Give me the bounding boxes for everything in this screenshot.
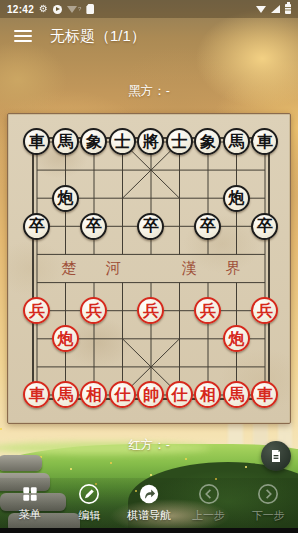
app-bar: 无标题（1/1） (0, 18, 298, 54)
hamburger-menu-icon[interactable] (12, 26, 34, 47)
piece-red-elephant-1[interactable]: 相 (80, 381, 107, 408)
flower-dots (0, 428, 2, 430)
piece-black-cannon-1[interactable]: 炮 (52, 185, 79, 212)
document-icon (269, 449, 283, 463)
game-navigation-button[interactable]: 棋谱导航 (119, 478, 179, 528)
wifi-icon (256, 6, 266, 13)
piece-black-soldier-5[interactable]: 卒 (251, 213, 278, 240)
edit-pencil-icon (78, 483, 100, 505)
bottom-toolbar: 菜单 编辑 棋谱导航 上一步 (0, 478, 298, 528)
piece-black-general[interactable]: 將 (137, 128, 164, 155)
red-player-label: 红方：- (0, 437, 298, 454)
menu-button[interactable]: 菜单 (0, 478, 60, 528)
xiangqi-board[interactable]: 楚 河 漢 界 車馬象士將士象馬車炮炮卒卒卒卒卒兵兵兵兵兵炮炮車馬相仕帥仕相馬車 (7, 113, 291, 424)
piece-black-advisor-1[interactable]: 士 (109, 128, 136, 155)
clock: 12:42 (7, 4, 34, 15)
piece-black-soldier-2[interactable]: 卒 (80, 213, 107, 240)
battery-icon (285, 4, 291, 14)
piece-red-general[interactable]: 帥 (137, 381, 164, 408)
piece-red-advisor-1[interactable]: 仕 (109, 381, 136, 408)
chevron-right-icon (257, 483, 279, 505)
piece-red-horse-1[interactable]: 馬 (52, 381, 79, 408)
piece-red-advisor-2[interactable]: 仕 (166, 381, 193, 408)
piece-red-elephant-2[interactable]: 相 (194, 381, 221, 408)
shield-icon (53, 5, 62, 14)
piece-black-elephant-1[interactable]: 象 (80, 128, 107, 155)
piece-red-soldier-3[interactable]: 兵 (137, 297, 164, 324)
sim-icon (86, 4, 94, 14)
piece-black-soldier-4[interactable]: 卒 (194, 213, 221, 240)
signal-icon (271, 5, 280, 13)
menu-grid-icon (20, 484, 40, 504)
piece-black-horse-2[interactable]: 馬 (223, 128, 250, 155)
black-player-label: 黑方：- (0, 83, 298, 100)
edit-button[interactable]: 编辑 (60, 478, 120, 528)
pieces-layer: 車馬象士將士象馬車炮炮卒卒卒卒卒兵兵兵兵兵炮炮車馬相仕帥仕相馬車 (23, 128, 280, 409)
piece-black-chariot-1[interactable]: 車 (23, 128, 50, 155)
wifi-question-icon (67, 6, 77, 13)
piece-red-chariot-1[interactable]: 車 (23, 381, 50, 408)
piece-black-chariot-2[interactable]: 車 (251, 128, 278, 155)
piece-red-soldier-4[interactable]: 兵 (194, 297, 221, 324)
piece-black-horse-1[interactable]: 馬 (52, 128, 79, 155)
piece-black-soldier-1[interactable]: 卒 (23, 213, 50, 240)
piece-black-cannon-2[interactable]: 炮 (223, 185, 250, 212)
status-bar: 12:42 ⚙ ? (0, 0, 298, 18)
system-nav-strip (0, 528, 298, 533)
piece-red-cannon-1[interactable]: 炮 (52, 325, 79, 352)
piece-red-soldier-2[interactable]: 兵 (80, 297, 107, 324)
next-move-button[interactable]: 下一步 (238, 478, 298, 528)
notation-fab[interactable] (261, 441, 291, 471)
piece-black-soldier-3[interactable]: 卒 (137, 213, 164, 240)
piece-black-advisor-2[interactable]: 士 (166, 128, 193, 155)
piece-red-horse-2[interactable]: 馬 (223, 381, 250, 408)
previous-move-button[interactable]: 上一步 (179, 478, 239, 528)
piece-red-chariot-2[interactable]: 車 (251, 381, 278, 408)
piece-red-cannon-2[interactable]: 炮 (223, 325, 250, 352)
piece-red-soldier-1[interactable]: 兵 (23, 297, 50, 324)
page-title: 无标题（1/1） (50, 27, 146, 46)
redo-arrow-icon (138, 483, 160, 505)
app-screen: 12:42 ⚙ ? 无标题（1/1） 黑方：- 红方：- (0, 0, 298, 533)
piece-black-elephant-2[interactable]: 象 (194, 128, 221, 155)
chevron-left-icon (198, 483, 220, 505)
piece-red-soldier-5[interactable]: 兵 (251, 297, 278, 324)
gear-icon: ⚙ (39, 4, 48, 14)
